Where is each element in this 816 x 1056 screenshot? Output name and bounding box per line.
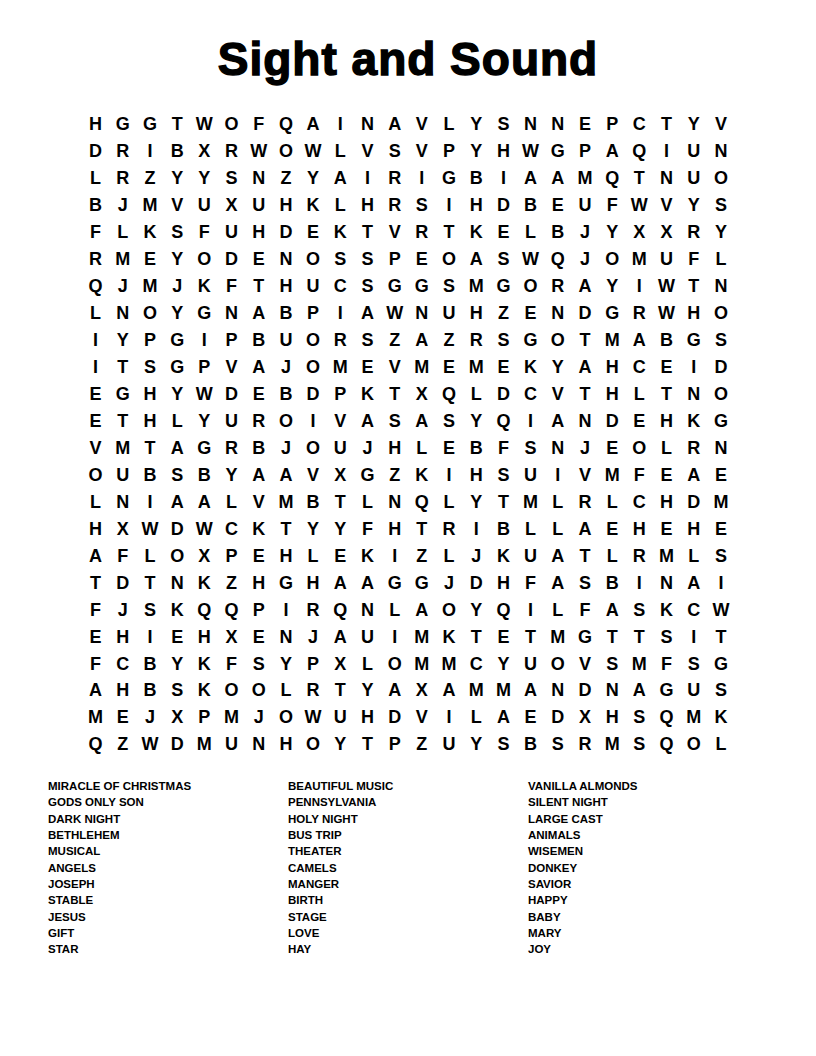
grid-cell-r17c12: I [381,542,408,569]
grid-cell-r24c5: M [191,731,218,758]
grid-cell-r16c10: Y [327,515,354,542]
grid-cell-r23c9: W [300,704,327,731]
grid-cell-r11c15: L [463,381,490,408]
grid-cell-r7c2: J [109,273,136,300]
grid-cell-r20c6: X [218,623,245,650]
grid-cell-r8c23: H [680,300,707,327]
grid-cell-r2c9: W [300,138,327,165]
grid-cell-r21c14: M [435,650,462,677]
grid-cell-r10c3: S [136,354,163,381]
grid-cell-r13c3: T [136,434,163,461]
grid-cell-r9c12: Z [381,327,408,354]
grid-cell-r14c18: I [544,461,571,488]
grid-cell-r24c11: T [354,731,381,758]
grid-cell-r2c18: G [544,138,571,165]
grid-cell-r21c2: C [109,650,136,677]
grid-cell-r10c1: I [82,354,109,381]
grid-cell-r5c21: X [626,219,653,246]
grid-cell-r7c6: F [218,273,245,300]
word-list-item: BETHLEHEM [48,827,288,843]
grid-cell-r7c3: M [136,273,163,300]
grid-cell-r12c8: O [272,407,299,434]
grid-cell-r14c2: U [109,461,136,488]
grid-cell-r12c23: K [680,407,707,434]
grid-cell-r15c13: Q [408,488,435,515]
grid-cell-r9c15: R [463,327,490,354]
grid-cell-r19c5: Q [191,596,218,623]
grid-cell-r15c20: L [599,488,626,515]
grid-cell-r17c20: L [599,542,626,569]
grid-cell-r24c6: U [218,731,245,758]
grid-cell-r15c22: H [653,488,680,515]
grid-cell-r21c17: U [517,650,544,677]
word-list-item: HOLY NIGHT [288,811,528,827]
grid-cell-r13c15: B [463,434,490,461]
grid-cell-r17c17: U [517,542,544,569]
grid-cell-r18c5: K [191,569,218,596]
grid-cell-r9c11: S [354,327,381,354]
grid-cell-r3c15: B [463,165,490,192]
grid-cell-r7c10: C [327,273,354,300]
grid-cell-r5c1: F [82,219,109,246]
grid-cell-r13c7: B [245,434,272,461]
grid-cell-r5c19: J [571,219,598,246]
grid-cell-r14c16: S [490,461,517,488]
grid-cell-r18c2: D [109,569,136,596]
grid-cell-r7c12: G [381,273,408,300]
grid-cell-r6c17: W [517,246,544,273]
grid-cell-r8c7: A [245,300,272,327]
grid-cell-r9c4: G [164,327,191,354]
grid-cell-r3c21: T [626,165,653,192]
grid-cell-r12c11: A [354,407,381,434]
grid-cell-r16c23: H [680,515,707,542]
grid-cell-r7c18: R [544,273,571,300]
grid-cell-r17c18: A [544,542,571,569]
grid-cell-r4c1: B [82,192,109,219]
grid-cell-r3c9: Y [300,165,327,192]
grid-cell-r1c21: C [626,111,653,138]
grid-cell-r21c13: M [408,650,435,677]
grid-cell-r12c22: H [653,407,680,434]
grid-cell-r18c12: G [381,569,408,596]
grid-cell-r24c8: H [272,731,299,758]
grid-cell-r6c23: F [680,246,707,273]
grid-cell-r8c11: A [354,300,381,327]
grid-cell-r24c24: L [707,731,734,758]
grid-cell-r24c14: U [435,731,462,758]
word-list-item: HAY [288,941,528,957]
grid-cell-r3c16: I [490,165,517,192]
grid-cell-r24c15: Y [463,731,490,758]
grid-cell-r18c4: N [164,569,191,596]
grid-cell-r8c13: N [408,300,435,327]
grid-cell-r20c9: J [300,623,327,650]
grid-cell-r3c19: M [571,165,598,192]
grid-cell-r22c3: B [136,677,163,704]
grid-cell-r21c15: C [463,650,490,677]
grid-cell-r7c14: S [435,273,462,300]
grid-cell-r16c6: C [218,515,245,542]
word-list-item: ANGELS [48,860,288,876]
grid-cell-r2c8: O [272,138,299,165]
grid-cell-r17c1: A [82,542,109,569]
grid-cell-r11c11: K [354,381,381,408]
grid-cell-r15c1: L [82,488,109,515]
grid-cell-r5c6: U [218,219,245,246]
grid-cell-r3c4: Y [164,165,191,192]
grid-cell-r4c8: H [272,192,299,219]
grid-cell-r2c6: R [218,138,245,165]
grid-cell-r20c1: E [82,623,109,650]
grid-cell-r10c6: V [218,354,245,381]
grid-cell-r7c23: T [680,273,707,300]
grid-cell-r7c21: I [626,273,653,300]
grid-cell-r11c4: Y [164,381,191,408]
grid-cell-r7c1: Q [82,273,109,300]
grid-cell-r15c9: B [300,488,327,515]
grid-cell-r19c17: I [517,596,544,623]
grid-cell-r23c22: Q [653,704,680,731]
grid-cell-r2c12: S [381,138,408,165]
grid-cell-r6c9: O [300,246,327,273]
grid-cell-r19c23: C [680,596,707,623]
grid-cell-r16c3: W [136,515,163,542]
grid-cell-r5c23: R [680,219,707,246]
grid-cell-r1c1: H [82,111,109,138]
grid-cell-r13c11: J [354,434,381,461]
grid-cell-r19c7: P [245,596,272,623]
grid-cell-r14c11: G [354,461,381,488]
grid-cell-r4c17: B [517,192,544,219]
grid-cell-r10c10: M [327,354,354,381]
grid-cell-r17c19: T [571,542,598,569]
grid-cell-r10c16: E [490,354,517,381]
grid-cell-r9c17: G [517,327,544,354]
grid-cell-r3c13: I [408,165,435,192]
grid-cell-r14c5: B [191,461,218,488]
grid-cell-r11c13: X [408,381,435,408]
grid-cell-r6c11: S [354,246,381,273]
grid-cell-r23c2: E [109,704,136,731]
grid-cell-r5c7: H [245,219,272,246]
grid-cell-r16c7: K [245,515,272,542]
grid-cell-r11c16: D [490,381,517,408]
grid-cell-r16c5: W [191,515,218,542]
grid-cell-r4c11: H [354,192,381,219]
grid-cell-r13c14: E [435,434,462,461]
grid-cell-r21c8: Y [272,650,299,677]
grid-cell-r13c16: F [490,434,517,461]
grid-cell-r21c10: X [327,650,354,677]
grid-cell-r9c23: G [680,327,707,354]
grid-cell-r2c24: N [707,138,734,165]
grid-cell-r13c4: A [164,434,191,461]
grid-cell-r3c6: S [218,165,245,192]
word-list-item: STABLE [48,892,288,908]
grid-cell-r17c3: L [136,542,163,569]
grid-cell-r22c24: S [707,677,734,704]
grid-cell-r5c20: Y [599,219,626,246]
grid-cell-r18c10: A [327,569,354,596]
grid-cell-r14c4: S [164,461,191,488]
grid-cell-r6c15: A [463,246,490,273]
grid-cell-r14c6: Y [218,461,245,488]
grid-cell-r20c11: U [354,623,381,650]
grid-cell-r7c17: O [517,273,544,300]
grid-cell-r17c16: K [490,542,517,569]
grid-cell-r5c16: E [490,219,517,246]
grid-cell-r22c21: A [626,677,653,704]
grid-cell-r4c2: J [109,192,136,219]
grid-cell-r23c4: X [164,704,191,731]
grid-cell-r8c3: O [136,300,163,327]
grid-cell-r23c16: A [490,704,517,731]
grid-cell-r20c14: K [435,623,462,650]
grid-cell-r22c18: N [544,677,571,704]
grid-cell-r15c18: L [544,488,571,515]
grid-cell-r18c24: I [707,569,734,596]
grid-cell-r9c20: M [599,327,626,354]
grid-cell-r2c10: L [327,138,354,165]
grid-cell-r12c10: V [327,407,354,434]
grid-cell-r22c12: A [381,677,408,704]
grid-cell-r24c1: Q [82,731,109,758]
grid-cell-r3c8: Z [272,165,299,192]
grid-cell-r15c24: M [707,488,734,515]
grid-cell-r18c16: H [490,569,517,596]
grid-cell-r12c19: N [571,407,598,434]
grid-cell-r18c20: B [599,569,626,596]
grid-cell-r16c11: F [354,515,381,542]
grid-cell-r13c23: R [680,434,707,461]
grid-cell-r4c23: Y [680,192,707,219]
grid-cell-r17c9: L [300,542,327,569]
grid-cell-r12c1: E [82,407,109,434]
grid-cell-r21c3: B [136,650,163,677]
grid-cell-r5c15: K [463,219,490,246]
grid-cell-r19c19: F [571,596,598,623]
grid-cell-r16c13: T [408,515,435,542]
grid-cell-r19c11: N [354,596,381,623]
grid-cell-r17c24: S [707,542,734,569]
grid-cell-r24c7: N [245,731,272,758]
grid-cell-r22c5: K [191,677,218,704]
grid-cell-r23c14: I [435,704,462,731]
grid-cell-r22c1: A [82,677,109,704]
word-list-item: ANIMALS [528,827,768,843]
grid-cell-r4c24: S [707,192,734,219]
grid-cell-r16c14: R [435,515,462,542]
grid-cell-r22c9: R [300,677,327,704]
word-list-item: GODS ONLY SON [48,794,288,810]
grid-cell-r16c12: H [381,515,408,542]
grid-cell-r7c5: K [191,273,218,300]
grid-cell-r13c19: J [571,434,598,461]
grid-cell-r24c2: Z [109,731,136,758]
grid-cell-r1c5: W [191,111,218,138]
grid-cell-r24c17: B [517,731,544,758]
grid-cell-r12c7: R [245,407,272,434]
grid-cell-r21c6: F [218,650,245,677]
grid-cell-r8c21: R [626,300,653,327]
grid-cell-r12c16: Q [490,407,517,434]
grid-cell-r9c10: R [327,327,354,354]
grid-cell-r1c4: T [164,111,191,138]
grid-cell-r6c18: Q [544,246,571,273]
grid-cell-r23c21: S [626,704,653,731]
grid-cell-r24c12: P [381,731,408,758]
grid-cell-r20c18: M [544,623,571,650]
grid-cell-r20c19: G [571,623,598,650]
grid-cell-r10c17: K [517,354,544,381]
grid-cell-r13c20: E [599,434,626,461]
grid-cell-r13c9: O [300,434,327,461]
grid-cell-r16c8: T [272,515,299,542]
grid-cell-r1c7: F [245,111,272,138]
grid-cell-r13c24: N [707,434,734,461]
grid-cell-r16c15: I [463,515,490,542]
grid-cell-r15c21: C [626,488,653,515]
grid-cell-r3c22: N [653,165,680,192]
grid-cell-r14c3: B [136,461,163,488]
word-search-grid: HGGTWOFQAINAVLYSNNEPCTYVDRIBXRWOWLVSVPYH… [82,111,735,758]
word-list-item: BIRTH [288,892,528,908]
grid-cell-r14c20: M [599,461,626,488]
grid-cell-r22c16: M [490,677,517,704]
word-list-item: STAR [48,941,288,957]
grid-cell-r18c6: Z [218,569,245,596]
grid-cell-r22c2: H [109,677,136,704]
grid-cell-r14c12: Z [381,461,408,488]
grid-cell-r20c24: T [707,623,734,650]
grid-cell-r2c4: B [164,138,191,165]
grid-cell-r24c16: S [490,731,517,758]
grid-cell-r6c16: S [490,246,517,273]
grid-cell-r13c13: L [408,434,435,461]
grid-cell-r15c23: D [680,488,707,515]
grid-cell-r10c13: M [408,354,435,381]
word-list-item: MUSICAL [48,843,288,859]
grid-cell-r1c3: G [136,111,163,138]
grid-cell-r22c23: U [680,677,707,704]
grid-cell-r11c1: E [82,381,109,408]
grid-cell-r8c15: H [463,300,490,327]
grid-cell-r8c12: W [381,300,408,327]
grid-cell-r7c9: U [300,273,327,300]
grid-cell-r8c4: Y [164,300,191,327]
grid-cell-r17c23: L [680,542,707,569]
grid-cell-r6c10: S [327,246,354,273]
grid-cell-r1c10: I [327,111,354,138]
grid-cell-r14c10: X [327,461,354,488]
grid-cell-r21c12: O [381,650,408,677]
grid-cell-r9c19: T [571,327,598,354]
grid-cell-r15c3: I [136,488,163,515]
word-list-item: BEAUTIFUL MUSIC [288,778,528,794]
grid-cell-r22c13: X [408,677,435,704]
grid-cell-r8c20: G [599,300,626,327]
grid-cell-r11c6: D [218,381,245,408]
grid-cell-r14c9: V [300,461,327,488]
grid-cell-r8c5: G [191,300,218,327]
grid-cell-r21c18: O [544,650,571,677]
grid-cell-r19c13: A [408,596,435,623]
grid-cell-r18c1: T [82,569,109,596]
grid-cell-r16c24: E [707,515,734,542]
grid-cell-r10c20: H [599,354,626,381]
grid-cell-r8c17: E [517,300,544,327]
grid-cell-r18c14: J [435,569,462,596]
grid-cell-r1c6: O [218,111,245,138]
grid-cell-r17c11: K [354,542,381,569]
grid-cell-r1c24: V [707,111,734,138]
grid-cell-r16c21: H [626,515,653,542]
grid-cell-r3c3: Z [136,165,163,192]
grid-cell-r12c17: I [517,407,544,434]
grid-cell-r15c16: T [490,488,517,515]
grid-cell-r23c1: M [82,704,109,731]
grid-cell-r11c18: V [544,381,571,408]
grid-cell-r20c4: E [164,623,191,650]
grid-cell-r12c4: L [164,407,191,434]
grid-cell-r22c22: G [653,677,680,704]
grid-cell-r6c12: P [381,246,408,273]
grid-cell-r21c20: S [599,650,626,677]
grid-cell-r14c14: I [435,461,462,488]
grid-cell-r14c15: H [463,461,490,488]
grid-cell-r24c20: M [599,731,626,758]
grid-cell-r16c1: H [82,515,109,542]
grid-cell-r15c15: Y [463,488,490,515]
grid-cell-r3c18: A [544,165,571,192]
grid-cell-r15c4: A [164,488,191,515]
grid-cell-r2c5: X [191,138,218,165]
word-list-item: SILENT NIGHT [528,794,768,810]
grid-cell-r23c11: H [354,704,381,731]
grid-cell-r19c1: F [82,596,109,623]
grid-cell-r20c10: A [327,623,354,650]
grid-cell-r11c5: W [191,381,218,408]
grid-cell-r23c8: O [272,704,299,731]
grid-cell-r5c24: Y [707,219,734,246]
grid-cell-r10c7: A [245,354,272,381]
grid-cell-r3c2: R [109,165,136,192]
grid-cell-r7c19: A [571,273,598,300]
grid-cell-r20c3: I [136,623,163,650]
grid-cell-r10c14: E [435,354,462,381]
grid-cell-r15c14: L [435,488,462,515]
grid-cell-r24c4: D [164,731,191,758]
grid-cell-r10c4: G [164,354,191,381]
grid-cell-r6c24: L [707,246,734,273]
grid-cell-r7c7: T [245,273,272,300]
grid-cell-r24c13: Z [408,731,435,758]
grid-cell-r18c13: G [408,569,435,596]
grid-cell-r1c23: Y [680,111,707,138]
grid-cell-r11c8: B [272,381,299,408]
grid-cell-r6c3: E [136,246,163,273]
word-list-item: GIFT [48,925,288,941]
grid-cell-r5c18: B [544,219,571,246]
grid-cell-r16c16: B [490,515,517,542]
grid-cell-r13c10: U [327,434,354,461]
grid-cell-r10c2: T [109,354,136,381]
grid-cell-r11c19: T [571,381,598,408]
grid-cell-r24c19: R [571,731,598,758]
grid-cell-r13c8: J [272,434,299,461]
grid-cell-r11c14: Q [435,381,462,408]
